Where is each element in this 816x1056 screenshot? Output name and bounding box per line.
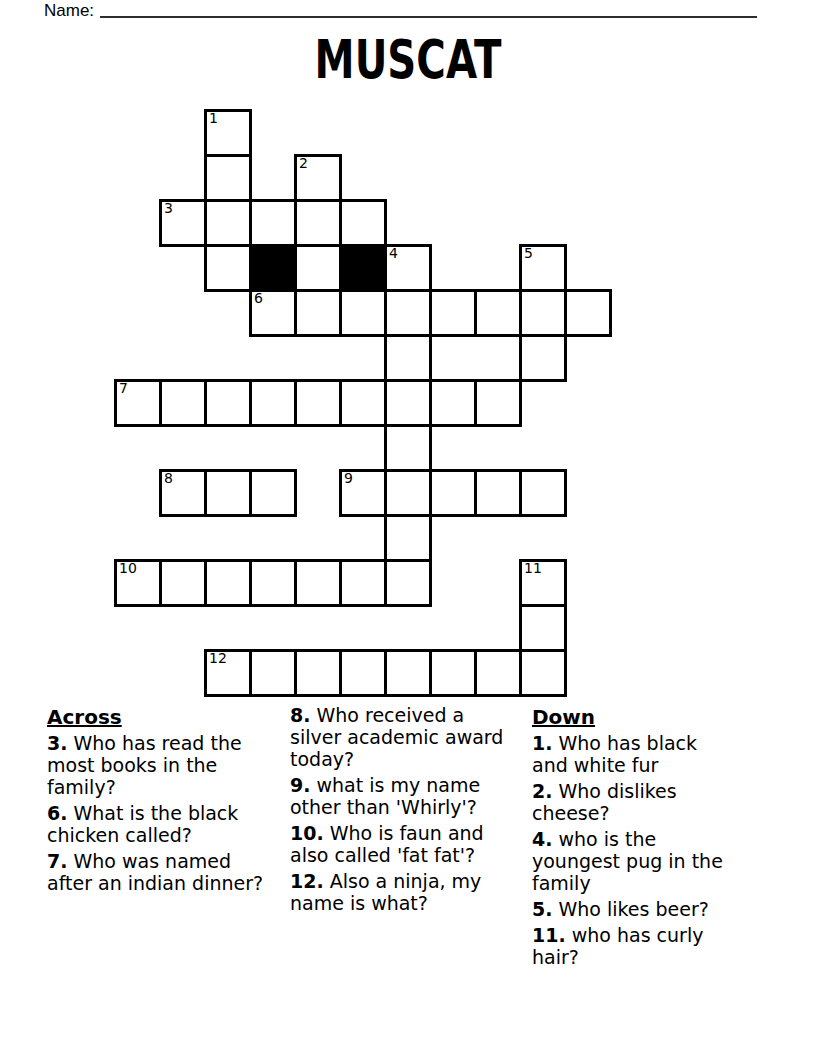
grid-cell[interactable] — [339, 199, 387, 247]
clue-number: 3. — [47, 732, 67, 754]
clue-across-6: 6. What is the black chicken called? — [47, 802, 274, 846]
cell-number: 12 — [209, 651, 227, 666]
clue-across-7: 7. Who was named after an indian dinner? — [47, 850, 274, 894]
clue-text: Who has read the most books in the famil… — [47, 732, 242, 798]
clue-across-8: 8. Who received a silver academic award … — [290, 704, 512, 770]
grid-cell[interactable] — [564, 289, 612, 337]
grid-cell[interactable] — [249, 199, 297, 247]
grid-cell[interactable] — [294, 379, 342, 427]
grid-cell[interactable] — [159, 559, 207, 607]
cell-number: 9 — [344, 471, 353, 486]
grid-cell[interactable] — [519, 649, 567, 697]
clue-text: Who likes beer? — [552, 898, 708, 920]
clue-down-2: 2. Who dislikes cheese? — [532, 780, 730, 824]
clue-number: 6. — [47, 802, 67, 824]
crossword-grid: 123456789101112 — [114, 109, 674, 709]
grid-cell[interactable] — [339, 649, 387, 697]
grid-cell[interactable] — [204, 244, 252, 292]
grid-cell[interactable] — [474, 289, 522, 337]
down-header: Down — [532, 704, 730, 730]
clue-number: 2. — [532, 780, 552, 802]
clue-column-2: 8. Who received a silver academic award … — [290, 704, 512, 918]
clue-across-9: 9. what is my name other than 'Whirly'? — [290, 774, 512, 818]
grid-cell[interactable] — [384, 559, 432, 607]
grid-cell[interactable] — [249, 469, 297, 517]
cell-number: 11 — [524, 561, 542, 576]
grid-cell[interactable] — [204, 154, 252, 202]
clue-down-11: 11. who has curly hair? — [532, 924, 730, 968]
cell-number: 3 — [164, 201, 173, 216]
across-header: Across — [47, 704, 274, 730]
grid-cell[interactable] — [249, 559, 297, 607]
grid-cell[interactable] — [339, 559, 387, 607]
clue-down-4: 4. who is the youngest pug in the family — [532, 828, 730, 894]
grid-cell[interactable] — [294, 559, 342, 607]
cell-number: 6 — [254, 291, 263, 306]
clue-across-12: 12. Also a ninja, my name is what? — [290, 870, 512, 914]
grid-cell[interactable] — [519, 469, 567, 517]
grid-cell[interactable] — [519, 334, 567, 382]
grid-cell[interactable] — [339, 289, 387, 337]
clue-number: 1. — [532, 732, 552, 754]
grid-cell[interactable] — [384, 289, 432, 337]
clue-text: What is the black chicken called? — [47, 802, 238, 846]
grid-cell[interactable] — [339, 379, 387, 427]
clue-number: 7. — [47, 850, 67, 872]
grid-cell[interactable] — [384, 379, 432, 427]
grid-cell[interactable] — [204, 379, 252, 427]
grid-cell[interactable] — [519, 289, 567, 337]
grid-cell[interactable] — [429, 469, 477, 517]
grid-cell[interactable] — [384, 424, 432, 472]
blocked-cell — [339, 244, 387, 292]
clue-text: who is the youngest pug in the family — [532, 828, 723, 894]
grid-cell[interactable] — [429, 649, 477, 697]
clue-down-1: 1. Who has black and white fur — [532, 732, 730, 776]
name-blank-line[interactable] — [100, 16, 757, 18]
grid-cell[interactable] — [384, 469, 432, 517]
cell-number: 4 — [389, 246, 398, 261]
grid-cell[interactable] — [474, 469, 522, 517]
clue-text: Who received a silver academic award tod… — [290, 704, 503, 770]
clue-number: 12. — [290, 870, 324, 892]
grid-cell[interactable] — [159, 379, 207, 427]
grid-cell[interactable] — [294, 289, 342, 337]
cell-number: 2 — [299, 156, 308, 171]
cell-number: 1 — [209, 111, 218, 126]
clue-column-1: Across3. Who has read the most books in … — [47, 704, 274, 898]
grid-cell[interactable] — [429, 379, 477, 427]
clue-text: Who was named after an indian dinner? — [47, 850, 263, 894]
grid-cell[interactable] — [204, 559, 252, 607]
clue-number: 5. — [532, 898, 552, 920]
clue-number: 4. — [532, 828, 552, 850]
blocked-cell — [249, 244, 297, 292]
clue-number: 11. — [532, 924, 566, 946]
clue-number: 9. — [290, 774, 310, 796]
clue-across-3: 3. Who has read the most books in the fa… — [47, 732, 274, 798]
clue-text: Who has black and white fur — [532, 732, 697, 776]
cell-number: 8 — [164, 471, 173, 486]
grid-cell[interactable] — [204, 469, 252, 517]
clue-number: 8. — [290, 704, 310, 726]
clue-text: what is my name other than 'Whirly'? — [290, 774, 480, 818]
clue-column-3: Down1. Who has black and white fur2. Who… — [532, 704, 730, 972]
clue-text: Who dislikes cheese? — [532, 780, 677, 824]
clue-down-5: 5. Who likes beer? — [532, 898, 730, 920]
cell-number: 10 — [119, 561, 137, 576]
grid-cell[interactable] — [384, 334, 432, 382]
cell-number: 5 — [524, 246, 533, 261]
clue-number: 10. — [290, 822, 324, 844]
grid-cell[interactable] — [294, 199, 342, 247]
grid-cell[interactable] — [384, 514, 432, 562]
grid-cell[interactable] — [474, 379, 522, 427]
grid-cell[interactable] — [294, 244, 342, 292]
grid-cell[interactable] — [249, 649, 297, 697]
grid-cell[interactable] — [384, 649, 432, 697]
name-label: Name: — [44, 1, 94, 20]
grid-cell[interactable] — [474, 649, 522, 697]
grid-cell[interactable] — [204, 199, 252, 247]
cell-number: 7 — [119, 381, 128, 396]
grid-cell[interactable] — [519, 604, 567, 652]
grid-cell[interactable] — [294, 649, 342, 697]
puzzle-title: MUSCAT — [98, 33, 718, 87]
grid-cell[interactable] — [429, 289, 477, 337]
grid-cell[interactable] — [249, 379, 297, 427]
clue-across-10: 10. Who is faun and also called 'fat fat… — [290, 822, 512, 866]
